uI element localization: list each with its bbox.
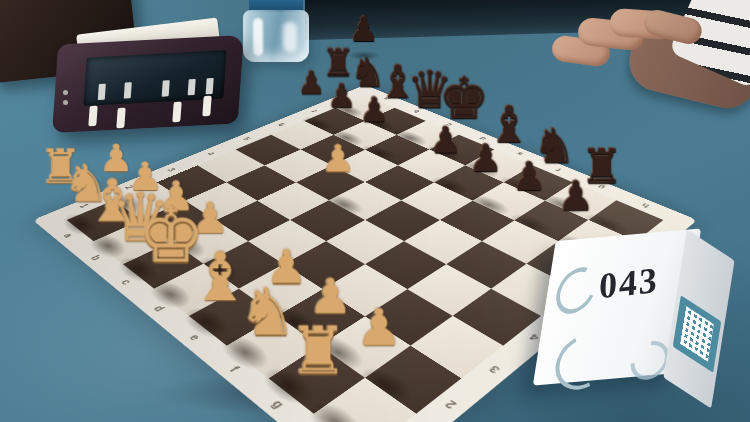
piece-white-rook-h1[interactable]: ♜ [281, 317, 355, 383]
captured-black-pawn[interactable]: ♟ [346, 12, 382, 58]
square-d4[interactable] [290, 200, 365, 241]
piece-glyph: ♟ [558, 176, 594, 217]
piece-glyph: ♟ [356, 301, 402, 352]
bottle-highlight [283, 22, 297, 52]
piece-glyph: ♜ [289, 317, 348, 383]
clock-button[interactable] [88, 106, 97, 127]
clock-button[interactable] [116, 108, 125, 129]
square-g5[interactable] [446, 241, 527, 289]
clock-button[interactable] [172, 102, 181, 123]
table-number-card: 043 [540, 228, 725, 393]
bottle-highlight [253, 18, 263, 56]
square-e5[interactable] [365, 200, 440, 241]
chess-clock [55, 24, 245, 132]
ornament-curl [546, 328, 620, 396]
piece-black-pawn-h7[interactable]: ♟ [548, 176, 604, 217]
tournament-scene: ♜♞♝♛♚♝♞♜♟♟♟♟♟♟♟♟♟♟♟♟♟♟♟♜♞♝♛♚♝♞♜ abcdefgh… [0, 0, 750, 422]
piece-glyph: ♟ [322, 139, 356, 177]
finger [642, 7, 705, 46]
player-hand [552, 8, 702, 88]
water-bottle [243, 0, 311, 64]
square-f4[interactable] [365, 241, 446, 289]
piece-white-pawn-d5[interactable]: ♟ [313, 139, 364, 177]
square-e4[interactable] [326, 220, 404, 264]
clock-button[interactable] [202, 96, 211, 117]
piece-glyph: ♟ [512, 157, 547, 196]
